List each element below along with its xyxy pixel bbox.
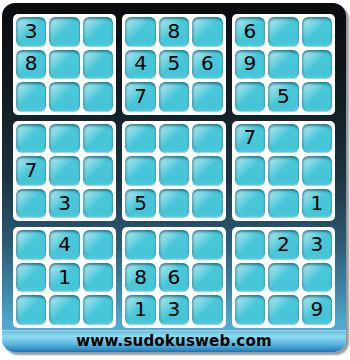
cell-r8c4[interactable]: 8 xyxy=(125,263,155,293)
cell-r2c3[interactable] xyxy=(83,50,113,80)
cell-r7c4[interactable] xyxy=(125,230,155,260)
cell-r4c9[interactable] xyxy=(302,124,332,154)
cell-r9c4[interactable]: 1 xyxy=(125,295,155,325)
cell-r8c2[interactable]: 1 xyxy=(49,263,79,293)
cell-r2c9[interactable] xyxy=(302,50,332,80)
cell-r6c7[interactable] xyxy=(235,189,265,219)
cell-r6c6[interactable] xyxy=(192,189,222,219)
cell-r9c8[interactable] xyxy=(268,295,298,325)
cell-r5c4[interactable] xyxy=(125,156,155,186)
cell-r3c4[interactable]: 7 xyxy=(125,82,155,112)
cell-r9c6[interactable] xyxy=(192,295,222,325)
cell-r8c3[interactable] xyxy=(83,263,113,293)
cell-r6c2[interactable]: 3 xyxy=(49,189,79,219)
box-1-3: 695 xyxy=(232,14,335,115)
cell-r1c5[interactable]: 8 xyxy=(159,17,189,47)
site-link[interactable]: www.sudokusweb.com xyxy=(76,332,271,350)
box-3-3: 239 xyxy=(232,227,335,328)
box-3-2: 8613 xyxy=(122,227,225,328)
cell-r7c5[interactable] xyxy=(159,230,189,260)
cell-r7c9[interactable]: 3 xyxy=(302,230,332,260)
cell-r6c8[interactable] xyxy=(268,189,298,219)
cell-r8c5[interactable]: 6 xyxy=(159,263,189,293)
cell-r1c7[interactable]: 6 xyxy=(235,17,265,47)
cell-r3c8[interactable]: 5 xyxy=(268,82,298,112)
cell-r7c6[interactable] xyxy=(192,230,222,260)
cell-r2c4[interactable]: 4 xyxy=(125,50,155,80)
cell-r3c9[interactable] xyxy=(302,82,332,112)
cell-r5c2[interactable] xyxy=(49,156,79,186)
cell-r8c1[interactable] xyxy=(16,263,46,293)
sudoku-board: 388456769573571418613239 xyxy=(13,14,335,328)
cell-r2c6[interactable]: 6 xyxy=(192,50,222,80)
cell-r3c2[interactable] xyxy=(49,82,79,112)
cell-r8c8[interactable] xyxy=(268,263,298,293)
cell-r7c7[interactable] xyxy=(235,230,265,260)
cell-r5c3[interactable] xyxy=(83,156,113,186)
cell-r1c8[interactable] xyxy=(268,17,298,47)
cell-r5c5[interactable] xyxy=(159,156,189,186)
cell-r7c1[interactable] xyxy=(16,230,46,260)
cell-r2c1[interactable]: 8 xyxy=(16,50,46,80)
footer-bar: www.sudokusweb.com xyxy=(2,330,346,352)
cell-r8c6[interactable] xyxy=(192,263,222,293)
box-1-1: 38 xyxy=(13,14,116,115)
cell-r4c4[interactable] xyxy=(125,124,155,154)
cell-r2c5[interactable]: 5 xyxy=(159,50,189,80)
cell-r1c3[interactable] xyxy=(83,17,113,47)
cell-r4c1[interactable] xyxy=(16,124,46,154)
cell-r1c4[interactable] xyxy=(125,17,155,47)
cell-r8c9[interactable] xyxy=(302,263,332,293)
box-2-3: 71 xyxy=(232,121,335,222)
cell-r6c5[interactable] xyxy=(159,189,189,219)
box-2-1: 73 xyxy=(13,121,116,222)
cell-r4c6[interactable] xyxy=(192,124,222,154)
cell-r7c3[interactable] xyxy=(83,230,113,260)
cell-r5c9[interactable] xyxy=(302,156,332,186)
cell-r9c7[interactable] xyxy=(235,295,265,325)
cell-r8c7[interactable] xyxy=(235,263,265,293)
cell-r9c5[interactable]: 3 xyxy=(159,295,189,325)
cell-r5c1[interactable]: 7 xyxy=(16,156,46,186)
cell-r6c9[interactable]: 1 xyxy=(302,189,332,219)
cell-r4c3[interactable] xyxy=(83,124,113,154)
box-3-1: 41 xyxy=(13,227,116,328)
cell-r6c4[interactable]: 5 xyxy=(125,189,155,219)
cell-r7c8[interactable]: 2 xyxy=(268,230,298,260)
cell-r4c7[interactable]: 7 xyxy=(235,124,265,154)
cell-r6c1[interactable] xyxy=(16,189,46,219)
cell-r9c3[interactable] xyxy=(83,295,113,325)
cell-r4c8[interactable] xyxy=(268,124,298,154)
cell-r3c1[interactable] xyxy=(16,82,46,112)
cell-r6c3[interactable] xyxy=(83,189,113,219)
cell-r9c9[interactable]: 9 xyxy=(302,295,332,325)
cell-r3c6[interactable] xyxy=(192,82,222,112)
sudoku-board-frame: 388456769573571418613239 www.sudokusweb.… xyxy=(2,3,346,352)
cell-r1c1[interactable]: 3 xyxy=(16,17,46,47)
cell-r4c2[interactable] xyxy=(49,124,79,154)
page: 388456769573571418613239 www.sudokusweb.… xyxy=(0,0,350,360)
cell-r5c6[interactable] xyxy=(192,156,222,186)
cell-r3c7[interactable] xyxy=(235,82,265,112)
cell-r3c5[interactable] xyxy=(159,82,189,112)
cell-r1c6[interactable] xyxy=(192,17,222,47)
cell-r3c3[interactable] xyxy=(83,82,113,112)
cell-r7c2[interactable]: 4 xyxy=(49,230,79,260)
box-2-2: 5 xyxy=(122,121,225,222)
cell-r4c5[interactable] xyxy=(159,124,189,154)
cell-r9c2[interactable] xyxy=(49,295,79,325)
cell-r1c2[interactable] xyxy=(49,17,79,47)
cell-r5c7[interactable] xyxy=(235,156,265,186)
cell-r1c9[interactable] xyxy=(302,17,332,47)
cell-r2c7[interactable]: 9 xyxy=(235,50,265,80)
cell-r2c2[interactable] xyxy=(49,50,79,80)
cell-r9c1[interactable] xyxy=(16,295,46,325)
box-1-2: 84567 xyxy=(122,14,225,115)
cell-r5c8[interactable] xyxy=(268,156,298,186)
cell-r2c8[interactable] xyxy=(268,50,298,80)
